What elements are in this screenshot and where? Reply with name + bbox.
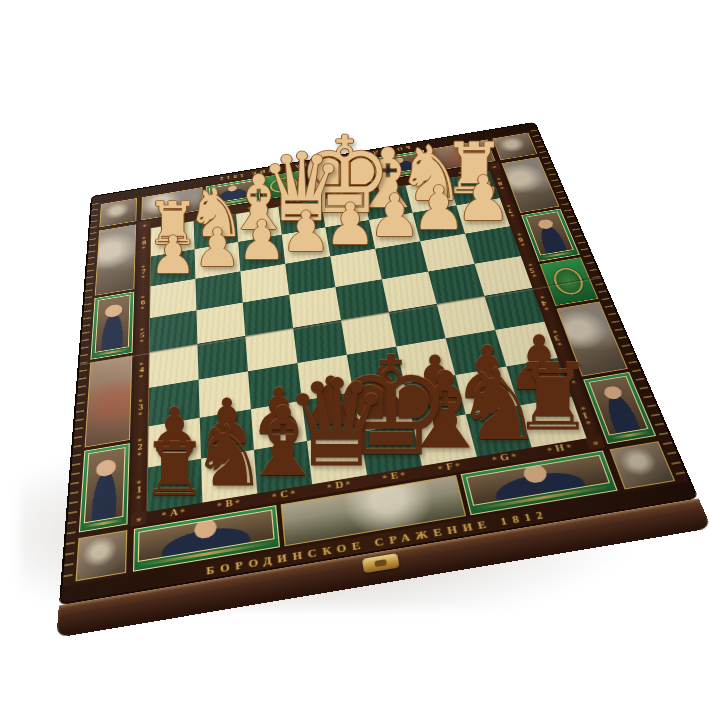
gold-oval-icon — [550, 266, 587, 296]
piece-light-pawn-f7[interactable]: ♟ — [368, 187, 421, 246]
battle-scene-panel — [85, 355, 133, 447]
piece-dark-rook-a1[interactable]: ♜ — [142, 432, 208, 506]
officer-portrait — [95, 295, 131, 353]
corner-scene-bottom-left — [76, 530, 128, 581]
battle-scene-panel — [95, 224, 136, 295]
piece-light-pawn-e7[interactable]: ♟ — [325, 196, 376, 253]
coordinate-label-5: ❀5❀ — [135, 318, 149, 354]
officer-portrait — [526, 211, 574, 255]
piece-light-pawn-a7[interactable]: ♟ — [150, 231, 196, 283]
coord-corner-ornament: ✾ — [131, 511, 147, 527]
brass-clasp-latch-icon — [362, 553, 400, 573]
piece-light-pawn-c7[interactable]: ♟ — [237, 213, 286, 267]
coordinate-label-3: ❀3❀ — [133, 387, 148, 428]
coordinate-label-4: ❀4❀ — [134, 351, 148, 389]
coordinate-label-7: ❀7❀ — [137, 256, 150, 288]
officer-portrait-panel — [90, 292, 134, 360]
product-photo-scene: БОРОДИНСКОЕ СРАЖЕНИЕ 1812 ❀A❀❀B❀❀C❀❀D❀❀E… — [0, 0, 709, 709]
piece-light-pawn-b7[interactable]: ♟ — [194, 222, 241, 275]
officer-portrait — [84, 447, 126, 523]
piece-light-pawn-d7[interactable]: ♟ — [281, 204, 331, 260]
coordinate-label-6: ❀6❀ — [136, 286, 149, 320]
officer-portrait-panel — [79, 443, 130, 532]
